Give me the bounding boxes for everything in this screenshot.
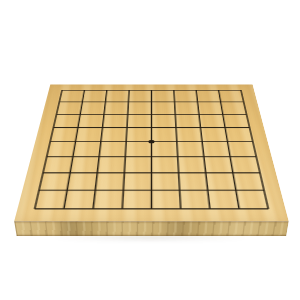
product-photo: [0, 0, 300, 300]
perspective-scene: [0, 0, 300, 300]
board-top-face: [14, 84, 289, 221]
grid-line-vertical: [174, 90, 181, 209]
go-board: [14, 84, 289, 221]
star-point-tengen: [148, 140, 154, 144]
grid-line-vertical: [122, 90, 129, 209]
grid-line-vertical: [241, 90, 268, 209]
grid-line-vertical: [219, 90, 239, 209]
board-grid: [14, 84, 289, 221]
grid-line-vertical: [93, 90, 107, 209]
board-front-edge: [14, 221, 289, 236]
grid-line-vertical: [64, 90, 84, 209]
grid-line-vertical: [196, 90, 210, 209]
grid-line-vertical: [35, 90, 62, 209]
